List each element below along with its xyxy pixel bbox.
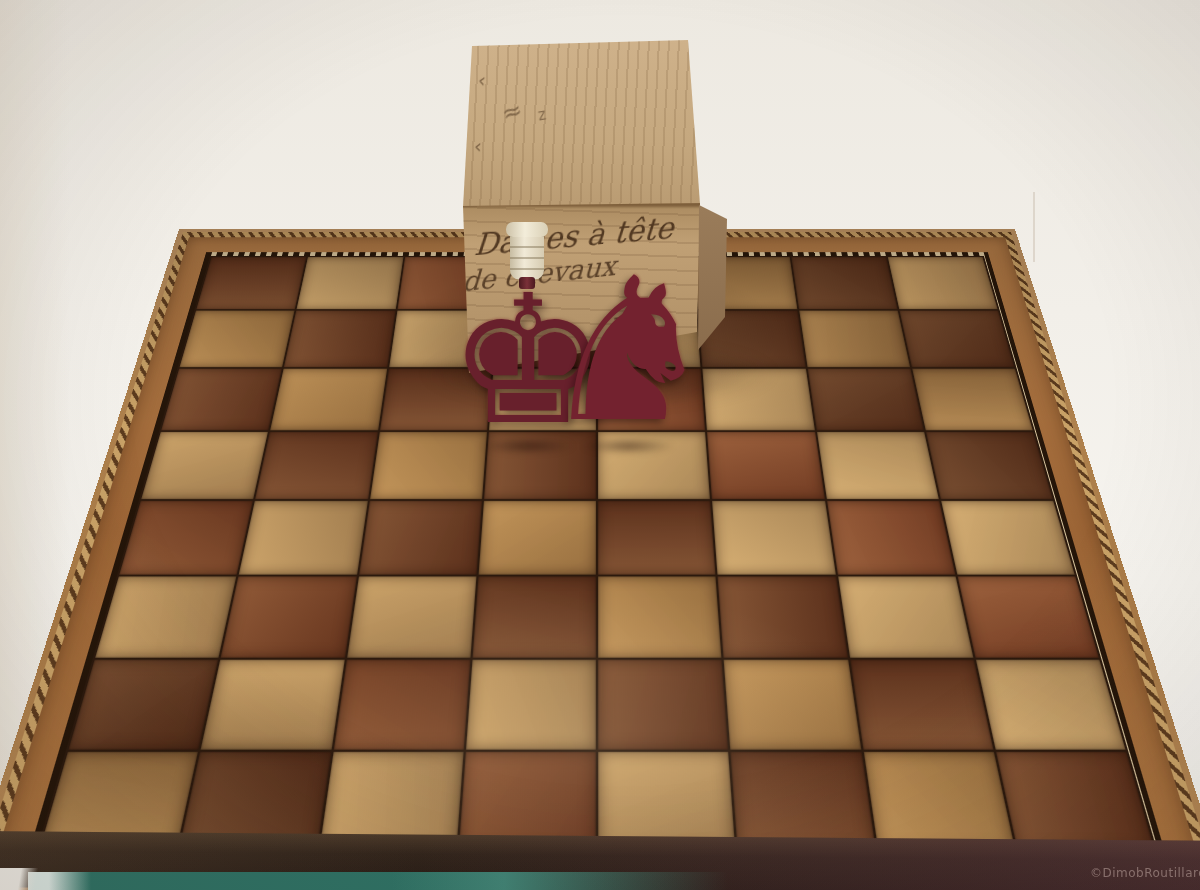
red-knight[interactable]: ♞	[538, 252, 718, 450]
watermark: ©DimobRoutillard	[1090, 866, 1200, 880]
pieces-layer: ♚♞	[0, 0, 1200, 890]
photo-scene: ‹≈z‹ Dames à tête de chevaux N° ♚♞ ©Dimo…	[0, 0, 1200, 890]
knight-glyph: ♞	[539, 252, 717, 450]
